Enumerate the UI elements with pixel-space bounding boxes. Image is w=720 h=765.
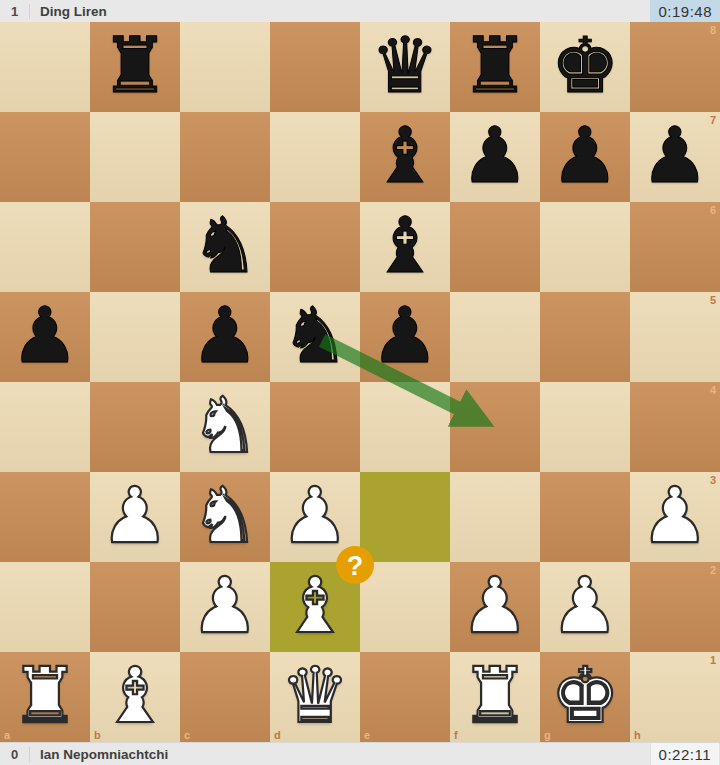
piece-black-rook-f8[interactable]: ♜ <box>450 22 540 112</box>
square-c6[interactable]: ♞ <box>180 202 270 292</box>
square-b8[interactable]: ♜ <box>90 22 180 112</box>
square-b6[interactable] <box>90 202 180 292</box>
piece-white-pawn-d3[interactable]: ♟ <box>270 472 360 562</box>
square-f8[interactable]: ♜ <box>450 22 540 112</box>
square-g1[interactable]: g♚ <box>540 652 630 742</box>
square-f3[interactable] <box>450 472 540 562</box>
square-g8[interactable]: ♚ <box>540 22 630 112</box>
piece-white-pawn-g2[interactable]: ♟ <box>540 562 630 652</box>
square-a6[interactable] <box>0 202 90 292</box>
player-bar-top: 1 Ding Liren 0:19:48 <box>0 0 720 22</box>
coord-rank-4: 4 <box>710 384 716 396</box>
coord-rank-5: 5 <box>710 294 716 306</box>
piece-black-king-g8[interactable]: ♚ <box>540 22 630 112</box>
player-top-score: 1 <box>0 4 30 19</box>
coord-file-c: c <box>184 729 190 741</box>
coord-rank-2: 2 <box>710 564 716 576</box>
square-e2[interactable] <box>360 562 450 652</box>
chess-board: ♜♛♜♚8♝♟♟7♟♞♝6♟♟♞♟5♞4♟♞♟3♟♟♝♟♟2a♜b♝cd♛ef♜… <box>0 22 720 742</box>
coord-file-e: e <box>364 729 370 741</box>
square-c7[interactable] <box>180 112 270 202</box>
square-d3[interactable]: ♟ <box>270 472 360 562</box>
square-a2[interactable] <box>0 562 90 652</box>
square-f1[interactable]: f♜ <box>450 652 540 742</box>
player-top-clock: 0:19:48 <box>650 0 720 22</box>
square-b5[interactable] <box>90 292 180 382</box>
square-a7[interactable] <box>0 112 90 202</box>
square-g7[interactable]: ♟ <box>540 112 630 202</box>
piece-white-rook-a1[interactable]: ♜ <box>0 652 90 742</box>
square-h2[interactable]: 2 <box>630 562 720 652</box>
piece-white-pawn-f2[interactable]: ♟ <box>450 562 540 652</box>
square-h6[interactable]: 6 <box>630 202 720 292</box>
square-h1[interactable]: 1h <box>630 652 720 742</box>
square-b4[interactable] <box>90 382 180 472</box>
square-b7[interactable] <box>90 112 180 202</box>
board-grid: ♜♛♜♚8♝♟♟7♟♞♝6♟♟♞♟5♞4♟♞♟3♟♟♝♟♟2a♜b♝cd♛ef♜… <box>0 22 720 742</box>
piece-black-pawn-h7[interactable]: ♟ <box>630 112 720 202</box>
piece-black-bishop-e6[interactable]: ♝ <box>360 202 450 292</box>
piece-white-queen-d1[interactable]: ♛ <box>270 652 360 742</box>
square-d2[interactable]: ♝ <box>270 562 360 652</box>
piece-black-pawn-f7[interactable]: ♟ <box>450 112 540 202</box>
square-e5[interactable]: ♟ <box>360 292 450 382</box>
piece-black-knight-d5[interactable]: ♞ <box>270 292 360 382</box>
square-g3[interactable] <box>540 472 630 562</box>
piece-black-pawn-e5[interactable]: ♟ <box>360 292 450 382</box>
piece-white-pawn-b3[interactable]: ♟ <box>90 472 180 562</box>
player-top-name: Ding Liren <box>30 4 650 19</box>
coord-rank-1: 1 <box>710 654 716 666</box>
square-d4[interactable] <box>270 382 360 472</box>
square-a3[interactable] <box>0 472 90 562</box>
piece-white-king-g1[interactable]: ♚ <box>540 652 630 742</box>
square-g6[interactable] <box>540 202 630 292</box>
square-c8[interactable] <box>180 22 270 112</box>
square-e8[interactable]: ♛ <box>360 22 450 112</box>
player-bar-bottom: 0 Ian Nepomniachtchi 0:22:11 <box>0 742 720 765</box>
player-bottom-score: 0 <box>0 747 30 762</box>
piece-black-pawn-g7[interactable]: ♟ <box>540 112 630 202</box>
square-c1[interactable]: c <box>180 652 270 742</box>
piece-white-knight-c3[interactable]: ♞ <box>180 472 270 562</box>
square-g2[interactable]: ♟ <box>540 562 630 652</box>
square-e4[interactable] <box>360 382 450 472</box>
square-a4[interactable] <box>0 382 90 472</box>
piece-white-bishop-d2[interactable]: ♝ <box>270 562 360 652</box>
piece-white-bishop-b1[interactable]: ♝ <box>90 652 180 742</box>
piece-black-pawn-a5[interactable]: ♟ <box>0 292 90 382</box>
piece-black-bishop-e7[interactable]: ♝ <box>360 112 450 202</box>
piece-black-pawn-c5[interactable]: ♟ <box>180 292 270 382</box>
square-f4[interactable] <box>450 382 540 472</box>
square-h8[interactable]: 8 <box>630 22 720 112</box>
square-d5[interactable]: ♞ <box>270 292 360 382</box>
square-g4[interactable] <box>540 382 630 472</box>
piece-black-knight-c6[interactable]: ♞ <box>180 202 270 292</box>
square-d7[interactable] <box>270 112 360 202</box>
square-d1[interactable]: d♛ <box>270 652 360 742</box>
square-e7[interactable]: ♝ <box>360 112 450 202</box>
square-c5[interactable]: ♟ <box>180 292 270 382</box>
piece-white-pawn-c2[interactable]: ♟ <box>180 562 270 652</box>
square-e6[interactable]: ♝ <box>360 202 450 292</box>
square-a8[interactable] <box>0 22 90 112</box>
square-c3[interactable]: ♞ <box>180 472 270 562</box>
coord-file-h: h <box>634 729 641 741</box>
square-f6[interactable] <box>450 202 540 292</box>
square-b1[interactable]: b♝ <box>90 652 180 742</box>
coord-rank-6: 6 <box>710 204 716 216</box>
piece-white-knight-c4[interactable]: ♞ <box>180 382 270 472</box>
square-a1[interactable]: a♜ <box>0 652 90 742</box>
coord-rank-8: 8 <box>710 24 716 36</box>
square-d6[interactable] <box>270 202 360 292</box>
square-b3[interactable]: ♟ <box>90 472 180 562</box>
square-f7[interactable]: ♟ <box>450 112 540 202</box>
piece-black-rook-b8[interactable]: ♜ <box>90 22 180 112</box>
square-h5[interactable]: 5 <box>630 292 720 382</box>
square-e1[interactable]: e <box>360 652 450 742</box>
player-bottom-name: Ian Nepomniachtchi <box>30 747 650 762</box>
square-c4[interactable]: ♞ <box>180 382 270 472</box>
player-bottom-clock: 0:22:11 <box>650 743 720 765</box>
piece-white-rook-f1[interactable]: ♜ <box>450 652 540 742</box>
piece-white-pawn-h3[interactable]: ♟ <box>630 472 720 562</box>
square-f2[interactable]: ♟ <box>450 562 540 652</box>
square-d8[interactable] <box>270 22 360 112</box>
square-f5[interactable] <box>450 292 540 382</box>
square-c2[interactable]: ♟ <box>180 562 270 652</box>
square-b2[interactable] <box>90 562 180 652</box>
square-e3[interactable] <box>360 472 450 562</box>
square-h3[interactable]: 3♟ <box>630 472 720 562</box>
square-a5[interactable]: ♟ <box>0 292 90 382</box>
square-g5[interactable] <box>540 292 630 382</box>
square-h4[interactable]: 4 <box>630 382 720 472</box>
piece-black-queen-e8[interactable]: ♛ <box>360 22 450 112</box>
square-h7[interactable]: 7♟ <box>630 112 720 202</box>
